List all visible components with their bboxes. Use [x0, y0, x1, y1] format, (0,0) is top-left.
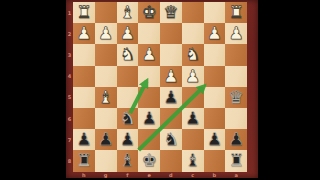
square-a1[interactable]: ♜	[225, 2, 247, 23]
white-n-piece: ♞	[120, 44, 135, 65]
square-g6[interactable]	[95, 108, 117, 129]
square-c2[interactable]	[182, 23, 204, 44]
rank-label-4: 4	[66, 66, 73, 87]
black-p-piece: ♟	[185, 108, 200, 129]
square-b1[interactable]	[204, 2, 226, 23]
square-b6[interactable]	[204, 108, 226, 129]
black-q-piece: ♛	[229, 87, 244, 108]
square-f8[interactable]: ♝	[117, 150, 139, 171]
square-a5[interactable]: ♛	[225, 87, 247, 108]
black-p-piece: ♟	[76, 129, 91, 150]
square-f5[interactable]	[117, 87, 139, 108]
square-b3[interactable]	[204, 44, 226, 65]
square-c6[interactable]: ♟	[182, 108, 204, 129]
square-f4[interactable]	[117, 66, 139, 87]
square-d4[interactable]: ♟	[160, 66, 182, 87]
square-h6[interactable]	[73, 108, 95, 129]
square-a8[interactable]: ♜	[225, 150, 247, 171]
square-b8[interactable]	[204, 150, 226, 171]
black-p-piece: ♟	[163, 87, 178, 108]
square-h8[interactable]: ♜	[73, 150, 95, 171]
black-n-piece: ♞	[163, 129, 178, 150]
square-g3[interactable]	[95, 44, 117, 65]
black-p-piece: ♟	[229, 129, 244, 150]
square-e3[interactable]: ♟	[138, 44, 160, 65]
square-h4[interactable]	[73, 66, 95, 87]
rank-label-5: 5	[66, 87, 73, 108]
square-f3[interactable]: ♞	[117, 44, 139, 65]
square-e7[interactable]	[138, 129, 160, 150]
square-a3[interactable]	[225, 44, 247, 65]
square-b7[interactable]: ♟	[204, 129, 226, 150]
file-label-g: g	[95, 172, 117, 178]
square-f6[interactable]: ♞	[117, 108, 139, 129]
square-f2[interactable]: ♟	[117, 23, 139, 44]
file-labels: hgfedcba	[73, 172, 247, 178]
square-h1[interactable]: ♜	[73, 2, 95, 23]
white-p-piece: ♟	[76, 23, 91, 44]
square-g1[interactable]	[95, 2, 117, 23]
square-e4[interactable]	[138, 66, 160, 87]
square-h2[interactable]: ♟	[73, 23, 95, 44]
chess-board: ♜♝♚♛♜♟♟♟♟♟♞♟♞♟♟♝♟♛♞♟♟♟♟♟♞♟♟♜♝♚♝♜	[73, 2, 247, 172]
file-label-e: e	[138, 172, 160, 178]
white-k-piece: ♚	[142, 2, 157, 23]
square-d6[interactable]	[160, 108, 182, 129]
file-label-f: f	[117, 172, 139, 178]
square-e6[interactable]: ♟	[138, 108, 160, 129]
square-h7[interactable]: ♟	[73, 129, 95, 150]
black-b-piece: ♝	[120, 150, 135, 171]
file-label-c: c	[182, 172, 204, 178]
white-p-piece: ♟	[120, 23, 135, 44]
rank-label-7: 7	[66, 129, 73, 150]
white-b-piece: ♝	[120, 2, 135, 23]
square-h3[interactable]	[73, 44, 95, 65]
square-f7[interactable]: ♟	[117, 129, 139, 150]
square-b5[interactable]	[204, 87, 226, 108]
black-p-piece: ♟	[98, 129, 113, 150]
white-p-piece: ♟	[98, 23, 113, 44]
white-p-piece: ♟	[207, 23, 222, 44]
board-frame: 12345678 ♜♝♚♛♜♟♟♟♟♟♞♟♞♟♟♝♟♛♞♟♟♟♟♟♞♟♟♜♝♚♝…	[66, 0, 258, 178]
white-r-piece: ♜	[76, 2, 91, 23]
square-e8[interactable]: ♚	[138, 150, 160, 171]
black-k-piece: ♚	[142, 150, 157, 171]
square-a2[interactable]: ♟	[225, 23, 247, 44]
square-c3[interactable]: ♞	[182, 44, 204, 65]
square-c5[interactable]	[182, 87, 204, 108]
square-c8[interactable]: ♝	[182, 150, 204, 171]
square-a4[interactable]	[225, 66, 247, 87]
white-p-piece: ♟	[142, 44, 157, 65]
rank-labels: 12345678	[66, 2, 73, 172]
square-d7[interactable]: ♞	[160, 129, 182, 150]
rank-label-8: 8	[66, 150, 73, 171]
square-d8[interactable]	[160, 150, 182, 171]
square-d2[interactable]	[160, 23, 182, 44]
file-label-a: a	[225, 172, 247, 178]
white-b-piece: ♝	[98, 87, 113, 108]
white-p-piece: ♟	[163, 66, 178, 87]
square-e5[interactable]	[138, 87, 160, 108]
video-frame: 12345678 ♜♝♚♛♜♟♟♟♟♟♞♟♞♟♟♝♟♛♞♟♟♟♟♟♞♟♟♜♝♚♝…	[0, 0, 320, 180]
black-p-piece: ♟	[120, 129, 135, 150]
square-d5[interactable]: ♟	[160, 87, 182, 108]
square-g5[interactable]: ♝	[95, 87, 117, 108]
rank-label-2: 2	[66, 23, 73, 44]
black-p-piece: ♟	[142, 108, 157, 129]
letterbox-left	[0, 0, 66, 180]
square-b2[interactable]: ♟	[204, 23, 226, 44]
square-g7[interactable]: ♟	[95, 129, 117, 150]
black-r-piece: ♜	[76, 150, 91, 171]
file-label-d: d	[160, 172, 182, 178]
black-b-piece: ♝	[185, 150, 200, 171]
square-g8[interactable]	[95, 150, 117, 171]
white-q-piece: ♛	[163, 2, 178, 23]
square-e2[interactable]	[138, 23, 160, 44]
file-label-h: h	[73, 172, 95, 178]
rank-label-3: 3	[66, 44, 73, 65]
square-b4[interactable]	[204, 66, 226, 87]
file-label-b: b	[204, 172, 226, 178]
white-p-piece: ♟	[229, 23, 244, 44]
square-g2[interactable]: ♟	[95, 23, 117, 44]
square-f1[interactable]: ♝	[117, 2, 139, 23]
black-r-piece: ♜	[229, 150, 244, 171]
rank-label-6: 6	[66, 108, 73, 129]
square-a7[interactable]: ♟	[225, 129, 247, 150]
black-n-piece: ♞	[120, 108, 135, 129]
letterbox-right	[258, 0, 320, 180]
square-e1[interactable]: ♚	[138, 2, 160, 23]
white-r-piece: ♜	[229, 2, 244, 23]
rank-label-1: 1	[66, 2, 73, 23]
square-c1[interactable]	[182, 2, 204, 23]
square-h5[interactable]	[73, 87, 95, 108]
white-n-piece: ♞	[185, 44, 200, 65]
square-c4[interactable]: ♟	[182, 66, 204, 87]
square-a6[interactable]	[225, 108, 247, 129]
square-g4[interactable]	[95, 66, 117, 87]
square-c7[interactable]	[182, 129, 204, 150]
black-p-piece: ♟	[207, 129, 222, 150]
square-d1[interactable]: ♛	[160, 2, 182, 23]
square-d3[interactable]	[160, 44, 182, 65]
white-p-piece: ♟	[185, 66, 200, 87]
